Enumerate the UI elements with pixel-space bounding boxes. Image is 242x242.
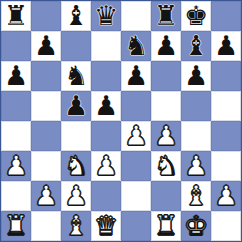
square-d2[interactable] [91, 181, 121, 211]
square-h4[interactable] [211, 121, 241, 151]
square-d1[interactable]: ♛ [91, 211, 121, 241]
black-pawn-piece[interactable]: ♟ [214, 32, 238, 59]
black-king-piece[interactable]: ♚ [184, 2, 208, 29]
square-e7[interactable]: ♞ [121, 31, 151, 61]
square-e2[interactable] [121, 181, 151, 211]
square-c2[interactable]: ♟ [61, 181, 91, 211]
black-pawn-piece[interactable]: ♟ [154, 32, 178, 59]
square-f1[interactable]: ♜ [151, 211, 181, 241]
square-a7[interactable] [1, 31, 31, 61]
square-a1[interactable]: ♜ [1, 211, 31, 241]
square-e1[interactable] [121, 211, 151, 241]
square-d8[interactable]: ♛ [91, 1, 121, 31]
square-h2[interactable]: ♟ [211, 181, 241, 211]
square-h3[interactable] [211, 151, 241, 181]
square-f3[interactable]: ♞ [151, 151, 181, 181]
square-e5[interactable] [121, 91, 151, 121]
square-a2[interactable] [1, 181, 31, 211]
white-king-piece[interactable]: ♚ [184, 212, 208, 239]
square-g1[interactable]: ♚ [181, 211, 211, 241]
square-b5[interactable] [31, 91, 61, 121]
square-g2[interactable]: ♝ [181, 181, 211, 211]
white-pawn-piece[interactable]: ♟ [4, 152, 28, 179]
square-d4[interactable] [91, 121, 121, 151]
square-a8[interactable]: ♜ [1, 1, 31, 31]
square-g7[interactable]: ♝ [181, 31, 211, 61]
white-pawn-piece[interactable]: ♟ [94, 152, 118, 179]
white-pawn-piece[interactable]: ♟ [184, 152, 208, 179]
black-bishop-piece[interactable]: ♝ [184, 32, 208, 59]
black-knight-piece[interactable]: ♞ [64, 62, 88, 89]
square-b3[interactable] [31, 151, 61, 181]
square-f7[interactable]: ♟ [151, 31, 181, 61]
square-h5[interactable] [211, 91, 241, 121]
square-h1[interactable] [211, 211, 241, 241]
square-c3[interactable]: ♞ [61, 151, 91, 181]
square-b7[interactable]: ♟ [31, 31, 61, 61]
white-bishop-piece[interactable]: ♝ [64, 212, 88, 239]
square-f5[interactable] [151, 91, 181, 121]
square-e3[interactable] [121, 151, 151, 181]
white-rook-piece[interactable]: ♜ [154, 212, 178, 239]
white-knight-piece[interactable]: ♞ [154, 152, 178, 179]
square-b1[interactable] [31, 211, 61, 241]
white-pawn-piece[interactable]: ♟ [154, 122, 178, 149]
white-bishop-piece[interactable]: ♝ [184, 182, 208, 209]
square-c8[interactable]: ♝ [61, 1, 91, 31]
square-h8[interactable] [211, 1, 241, 31]
square-a5[interactable] [1, 91, 31, 121]
black-pawn-piece[interactable]: ♟ [184, 62, 208, 89]
black-pawn-piece[interactable]: ♟ [94, 92, 118, 119]
square-f2[interactable] [151, 181, 181, 211]
square-c4[interactable] [61, 121, 91, 151]
white-pawn-piece[interactable]: ♟ [214, 182, 238, 209]
square-g4[interactable] [181, 121, 211, 151]
black-pawn-piece[interactable]: ♟ [4, 62, 28, 89]
square-d6[interactable] [91, 61, 121, 91]
white-pawn-piece[interactable]: ♟ [124, 122, 148, 149]
white-rook-piece[interactable]: ♜ [4, 212, 28, 239]
square-a4[interactable] [1, 121, 31, 151]
square-b2[interactable]: ♟ [31, 181, 61, 211]
square-e6[interactable]: ♟ [121, 61, 151, 91]
white-pawn-piece[interactable]: ♟ [34, 182, 58, 209]
square-g5[interactable] [181, 91, 211, 121]
square-h7[interactable]: ♟ [211, 31, 241, 61]
square-g3[interactable]: ♟ [181, 151, 211, 181]
square-c5[interactable]: ♟ [61, 91, 91, 121]
square-c7[interactable] [61, 31, 91, 61]
black-knight-piece[interactable]: ♞ [124, 32, 148, 59]
chess-board: ♜♝♛♜♚♟♞♟♝♟♟♞♟♟♟♟♟♟♟♞♟♞♟♟♟♝♟♜♝♛♜♚ [0, 0, 242, 242]
square-f6[interactable] [151, 61, 181, 91]
square-g6[interactable]: ♟ [181, 61, 211, 91]
square-d3[interactable]: ♟ [91, 151, 121, 181]
square-b8[interactable] [31, 1, 61, 31]
square-a6[interactable]: ♟ [1, 61, 31, 91]
square-b6[interactable] [31, 61, 61, 91]
black-queen-piece[interactable]: ♛ [94, 2, 118, 29]
black-pawn-piece[interactable]: ♟ [34, 32, 58, 59]
square-d5[interactable]: ♟ [91, 91, 121, 121]
white-queen-piece[interactable]: ♛ [94, 212, 118, 239]
square-c6[interactable]: ♞ [61, 61, 91, 91]
square-d7[interactable] [91, 31, 121, 61]
square-c1[interactable]: ♝ [61, 211, 91, 241]
square-f4[interactable]: ♟ [151, 121, 181, 151]
black-rook-piece[interactable]: ♜ [4, 2, 28, 29]
square-g8[interactable]: ♚ [181, 1, 211, 31]
black-pawn-piece[interactable]: ♟ [124, 62, 148, 89]
black-rook-piece[interactable]: ♜ [154, 2, 178, 29]
square-e8[interactable] [121, 1, 151, 31]
black-pawn-piece[interactable]: ♟ [64, 92, 88, 119]
square-e4[interactable]: ♟ [121, 121, 151, 151]
square-f8[interactable]: ♜ [151, 1, 181, 31]
white-pawn-piece[interactable]: ♟ [64, 182, 88, 209]
white-knight-piece[interactable]: ♞ [64, 152, 88, 179]
square-h6[interactable] [211, 61, 241, 91]
square-b4[interactable] [31, 121, 61, 151]
black-bishop-piece[interactable]: ♝ [64, 2, 88, 29]
square-a3[interactable]: ♟ [1, 151, 31, 181]
